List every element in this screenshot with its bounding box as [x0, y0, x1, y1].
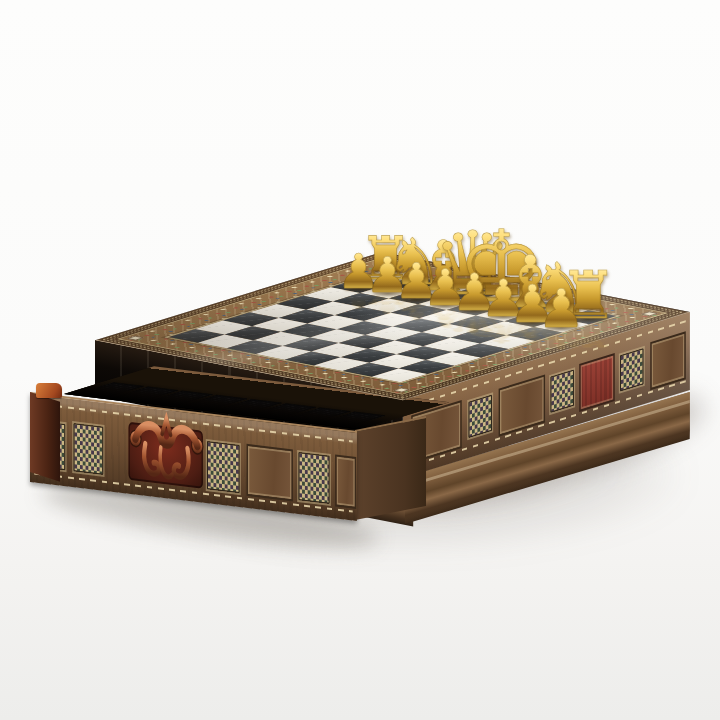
chess-box-scene: ♜♜♞♞♝♝♛♛♚♚♝♝♞♞♜♜♟♟♟♟♟♟♟♟♟♟♟♟♟♟♟♟ — [0, 0, 720, 720]
corner-inlay — [393, 388, 410, 392]
corner-inlay — [641, 312, 658, 316]
copper-handle-icon — [120, 407, 213, 504]
mosaic-inlay-square — [74, 423, 104, 475]
corner-inlay — [127, 336, 144, 340]
drawer-panel — [247, 444, 293, 502]
mosaic-inlay-square — [299, 452, 330, 504]
drawer-right-end — [355, 416, 426, 520]
pawn-glyph-icon: ♟ — [538, 282, 586, 335]
mosaic-inlay-square — [620, 348, 643, 391]
mosaic-inlay-square — [469, 395, 492, 438]
drawer-corner-glint — [36, 383, 62, 398]
drawer-left-end — [30, 392, 60, 482]
drawer-panel — [335, 454, 356, 509]
mosaic-inlay-square — [551, 370, 574, 413]
drawer-handle[interactable] — [120, 407, 213, 508]
